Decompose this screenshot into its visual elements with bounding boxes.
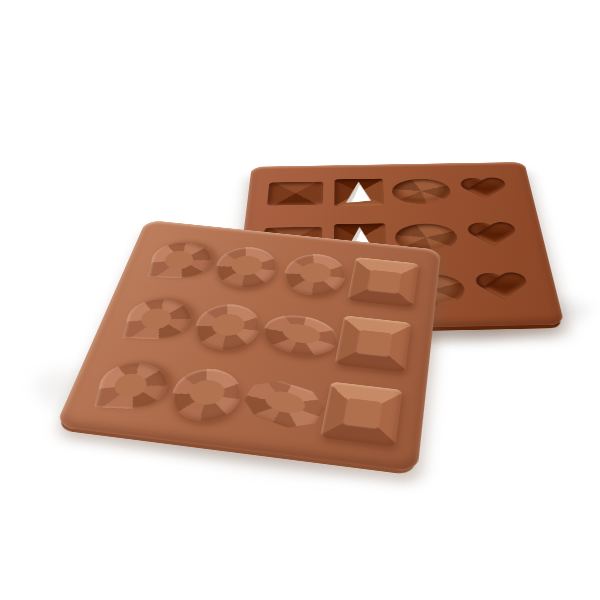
rear-mold-heart-cavity — [472, 273, 533, 304]
rear-mold-cell — [327, 170, 392, 215]
front-mold-oval-gem — [253, 308, 346, 362]
rear-mold-cell — [463, 261, 544, 318]
front-mold-pear-gem — [147, 241, 213, 279]
front-mold — [55, 220, 441, 473]
front-mold-cell — [271, 243, 356, 308]
front-mold-grid — [55, 220, 441, 473]
rear-mold-cell — [389, 169, 456, 214]
front-mold-cell — [344, 250, 421, 315]
front-mold-round-gem — [279, 251, 349, 298]
front-mold-round-gem — [210, 244, 281, 290]
front-mold-cell — [331, 307, 414, 381]
front-mold-pear-gem — [122, 297, 194, 340]
front-mold-square-gem — [335, 315, 412, 372]
front-mold-hexoval-gem — [234, 373, 333, 435]
front-mold-square-gem — [348, 257, 420, 307]
rear-mold-heart-cavity — [465, 222, 522, 250]
front-mold-round-gem — [189, 301, 266, 353]
rear-mold-cell — [450, 168, 521, 213]
front-mold-cell — [317, 372, 406, 456]
front-mold-square-gem — [320, 381, 403, 446]
front-mold-pear-gem — [94, 361, 171, 410]
front-mold-cell — [254, 299, 345, 372]
rear-mold-ovalcav-cavity — [391, 178, 452, 204]
rear-mold-pyramid-cavity — [334, 179, 384, 207]
rear-mold-rect-cavity — [267, 182, 323, 206]
rear-mold-heart-cavity — [458, 178, 511, 203]
scene — [0, 0, 600, 600]
rear-mold-cell — [456, 212, 531, 262]
front-mold-round-gem — [164, 365, 247, 425]
rear-mold-cell — [262, 171, 328, 216]
